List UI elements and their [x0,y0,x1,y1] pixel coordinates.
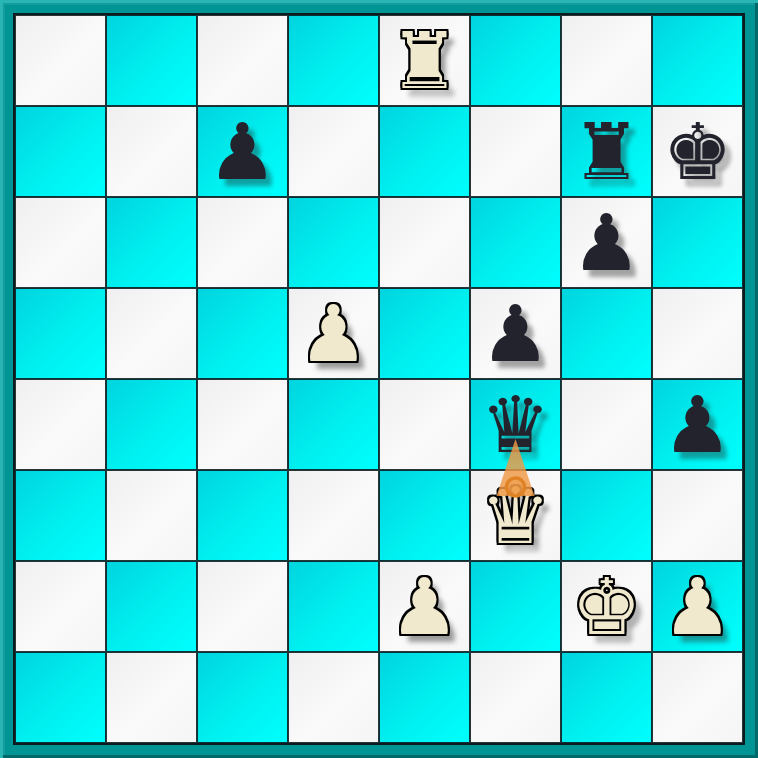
piece-white-king-g2[interactable]: ♚ [572,568,642,646]
square-d4[interactable] [288,379,379,470]
square-f4[interactable]: ♛ [470,379,561,470]
piece-black-pawn-h4[interactable]: ♟ [663,386,733,464]
square-g8[interactable] [561,15,652,106]
square-b1[interactable] [106,652,197,743]
square-h5[interactable] [652,288,743,379]
square-a6[interactable] [15,197,106,288]
piece-white-queen-f3[interactable]: ♛ [481,477,551,555]
square-e2[interactable]: ♟ [379,561,470,652]
board-wrap: ♜♟♜♚♟♟♟♛♟♛♟♚♟ [13,13,745,745]
square-e6[interactable] [379,197,470,288]
square-g7[interactable]: ♜ [561,106,652,197]
piece-black-king-h7[interactable]: ♚ [663,113,733,191]
square-h3[interactable] [652,470,743,561]
square-a4[interactable] [15,379,106,470]
square-f8[interactable] [470,15,561,106]
square-c3[interactable] [197,470,288,561]
square-a1[interactable] [15,652,106,743]
piece-black-pawn-g6[interactable]: ♟ [572,204,642,282]
square-e1[interactable] [379,652,470,743]
chess-board: ♜♟♜♚♟♟♟♛♟♛♟♚♟ [15,15,743,743]
square-c4[interactable] [197,379,288,470]
square-g3[interactable] [561,470,652,561]
piece-black-rook-g7[interactable]: ♜ [572,113,642,191]
square-b8[interactable] [106,15,197,106]
square-b6[interactable] [106,197,197,288]
square-f1[interactable] [470,652,561,743]
square-f3[interactable]: ♛ [470,470,561,561]
square-b4[interactable] [106,379,197,470]
square-b7[interactable] [106,106,197,197]
square-e5[interactable] [379,288,470,379]
square-f2[interactable] [470,561,561,652]
square-b3[interactable] [106,470,197,561]
square-f7[interactable] [470,106,561,197]
square-g4[interactable] [561,379,652,470]
square-e8[interactable]: ♜ [379,15,470,106]
square-d6[interactable] [288,197,379,288]
square-g5[interactable] [561,288,652,379]
board-frame: ♜♟♜♚♟♟♟♛♟♛♟♚♟ [0,0,758,758]
square-h7[interactable]: ♚ [652,106,743,197]
piece-white-pawn-d5[interactable]: ♟ [299,295,369,373]
square-a2[interactable] [15,561,106,652]
square-f5[interactable]: ♟ [470,288,561,379]
square-d2[interactable] [288,561,379,652]
piece-white-pawn-e2[interactable]: ♟ [390,568,460,646]
square-h8[interactable] [652,15,743,106]
square-d5[interactable]: ♟ [288,288,379,379]
square-c6[interactable] [197,197,288,288]
square-e3[interactable] [379,470,470,561]
square-a5[interactable] [15,288,106,379]
square-c1[interactable] [197,652,288,743]
square-a8[interactable] [15,15,106,106]
square-c7[interactable]: ♟ [197,106,288,197]
square-g1[interactable] [561,652,652,743]
square-h6[interactable] [652,197,743,288]
square-e4[interactable] [379,379,470,470]
square-h1[interactable] [652,652,743,743]
square-a7[interactable] [15,106,106,197]
square-d8[interactable] [288,15,379,106]
square-h2[interactable]: ♟ [652,561,743,652]
square-d1[interactable] [288,652,379,743]
piece-black-queen-f4[interactable]: ♛ [481,386,551,464]
square-a3[interactable] [15,470,106,561]
square-h4[interactable]: ♟ [652,379,743,470]
square-d3[interactable] [288,470,379,561]
square-f6[interactable] [470,197,561,288]
square-b2[interactable] [106,561,197,652]
square-b5[interactable] [106,288,197,379]
square-c2[interactable] [197,561,288,652]
piece-white-pawn-h2[interactable]: ♟ [663,568,733,646]
square-c5[interactable] [197,288,288,379]
square-d7[interactable] [288,106,379,197]
piece-black-pawn-c7[interactable]: ♟ [208,113,278,191]
square-e7[interactable] [379,106,470,197]
piece-black-pawn-f5[interactable]: ♟ [481,295,551,373]
square-c8[interactable] [197,15,288,106]
square-g2[interactable]: ♚ [561,561,652,652]
square-g6[interactable]: ♟ [561,197,652,288]
piece-white-rook-e8[interactable]: ♜ [390,22,460,100]
